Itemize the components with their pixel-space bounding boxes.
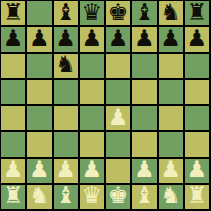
square-f4[interactable]	[132, 106, 156, 130]
square-b2[interactable]: ♟	[27, 159, 51, 183]
square-e4[interactable]: ♟	[106, 106, 130, 130]
piece-black-bishop: ♝	[134, 1, 155, 24]
square-c5[interactable]	[54, 80, 78, 104]
piece-white-pawn: ♟	[55, 159, 76, 182]
piece-white-bishop: ♝	[134, 185, 155, 208]
piece-black-pawn: ♟	[187, 27, 208, 50]
square-c7[interactable]: ♟	[54, 27, 78, 51]
piece-black-rook: ♜	[187, 1, 208, 24]
square-b3[interactable]	[27, 132, 51, 156]
piece-white-rook: ♜	[187, 185, 208, 208]
square-b1[interactable]: ♞	[27, 185, 51, 209]
square-e6[interactable]	[106, 54, 130, 78]
piece-black-pawn: ♟	[3, 27, 24, 50]
piece-white-knight: ♞	[29, 185, 50, 208]
square-b6[interactable]	[27, 54, 51, 78]
square-c8[interactable]: ♝	[54, 1, 78, 25]
square-d3[interactable]	[80, 132, 104, 156]
piece-white-pawn: ♟	[3, 159, 24, 182]
square-g1[interactable]: ♞	[159, 185, 183, 209]
piece-white-pawn: ♟	[134, 159, 155, 182]
square-a7[interactable]: ♟	[1, 27, 25, 51]
piece-black-pawn: ♟	[29, 27, 50, 50]
square-c3[interactable]	[54, 132, 78, 156]
square-b8[interactable]	[27, 1, 51, 25]
square-h6[interactable]	[185, 54, 209, 78]
square-b7[interactable]: ♟	[27, 27, 51, 51]
square-g2[interactable]: ♟	[159, 159, 183, 183]
square-h2[interactable]: ♟	[185, 159, 209, 183]
square-e3[interactable]	[106, 132, 130, 156]
piece-white-pawn: ♟	[187, 159, 208, 182]
square-f3[interactable]	[132, 132, 156, 156]
square-b4[interactable]	[27, 106, 51, 130]
piece-white-bishop: ♝	[55, 185, 76, 208]
square-d7[interactable]: ♟	[80, 27, 104, 51]
square-d4[interactable]	[80, 106, 104, 130]
square-f2[interactable]: ♟	[132, 159, 156, 183]
square-c4[interactable]	[54, 106, 78, 130]
square-a4[interactable]	[1, 106, 25, 130]
square-c2[interactable]: ♟	[54, 159, 78, 183]
square-h4[interactable]	[185, 106, 209, 130]
piece-white-pawn: ♟	[108, 106, 129, 129]
piece-black-queen: ♛	[82, 1, 103, 24]
square-a5[interactable]	[1, 80, 25, 104]
square-a8[interactable]: ♜	[1, 1, 25, 25]
square-c6[interactable]: ♞	[54, 54, 78, 78]
piece-black-pawn: ♟	[134, 27, 155, 50]
piece-black-king: ♚	[108, 1, 129, 24]
square-g5[interactable]	[159, 80, 183, 104]
square-f8[interactable]: ♝	[132, 1, 156, 25]
piece-white-rook: ♜	[3, 185, 24, 208]
piece-white-king: ♚	[108, 185, 129, 208]
square-e1[interactable]: ♚	[106, 185, 130, 209]
square-f7[interactable]: ♟	[132, 27, 156, 51]
square-a3[interactable]	[1, 132, 25, 156]
square-e2[interactable]	[106, 159, 130, 183]
square-g8[interactable]: ♞	[159, 1, 183, 25]
square-g7[interactable]: ♟	[159, 27, 183, 51]
square-d5[interactable]	[80, 80, 104, 104]
piece-black-pawn: ♟	[55, 27, 76, 50]
square-e8[interactable]: ♚	[106, 1, 130, 25]
square-h5[interactable]	[185, 80, 209, 104]
piece-black-rook: ♜	[3, 1, 24, 24]
square-f6[interactable]	[132, 54, 156, 78]
square-e7[interactable]: ♟	[106, 27, 130, 51]
square-h8[interactable]: ♜	[185, 1, 209, 25]
piece-black-pawn: ♟	[160, 27, 181, 50]
square-g6[interactable]	[159, 54, 183, 78]
square-g3[interactable]	[159, 132, 183, 156]
square-d1[interactable]: ♛	[80, 185, 104, 209]
piece-white-pawn: ♟	[29, 159, 50, 182]
piece-white-pawn: ♟	[160, 159, 181, 182]
square-e5[interactable]	[106, 80, 130, 104]
piece-white-pawn: ♟	[82, 159, 103, 182]
square-h7[interactable]: ♟	[185, 27, 209, 51]
square-a6[interactable]	[1, 54, 25, 78]
piece-white-knight: ♞	[160, 185, 181, 208]
piece-black-knight: ♞	[160, 1, 181, 24]
square-f1[interactable]: ♝	[132, 185, 156, 209]
piece-black-knight: ♞	[55, 54, 76, 77]
piece-black-pawn: ♟	[82, 27, 103, 50]
square-h3[interactable]	[185, 132, 209, 156]
square-d2[interactable]: ♟	[80, 159, 104, 183]
piece-black-bishop: ♝	[55, 1, 76, 24]
square-a1[interactable]: ♜	[1, 185, 25, 209]
square-a2[interactable]: ♟	[1, 159, 25, 183]
square-d8[interactable]: ♛	[80, 1, 104, 25]
square-b5[interactable]	[27, 80, 51, 104]
square-f5[interactable]	[132, 80, 156, 104]
piece-black-pawn: ♟	[108, 27, 129, 50]
piece-white-queen: ♛	[82, 185, 103, 208]
square-h1[interactable]: ♜	[185, 185, 209, 209]
square-d6[interactable]	[80, 54, 104, 78]
chess-board: ♜♝♛♚♝♞♜♟♟♟♟♟♟♟♟♞♟♟♟♟♟♟♟♟♜♞♝♛♚♝♞♜	[0, 0, 211, 211]
square-c1[interactable]: ♝	[54, 185, 78, 209]
square-g4[interactable]	[159, 106, 183, 130]
